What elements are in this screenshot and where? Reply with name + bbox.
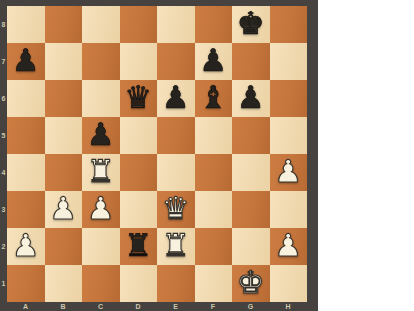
square-b4[interactable] [45, 154, 83, 191]
square-a7[interactable]: ♟ [7, 43, 45, 80]
file-label-d: D [120, 302, 158, 311]
square-a4[interactable] [7, 154, 45, 191]
file-labels: ABCDEFGH [7, 302, 307, 311]
square-h3[interactable] [270, 191, 308, 228]
square-g5[interactable] [232, 117, 270, 154]
square-f6[interactable]: ♝ [195, 80, 233, 117]
square-e6[interactable]: ♟ [157, 80, 195, 117]
piece-black-pawn: ♟ [199, 45, 227, 76]
piece-black-queen: ♛ [124, 82, 152, 113]
square-c4[interactable]: ♜ [82, 154, 120, 191]
square-f5[interactable] [195, 117, 233, 154]
file-label-h: H [270, 302, 308, 311]
square-h4[interactable]: ♟ [270, 154, 308, 191]
square-d8[interactable] [120, 6, 158, 43]
file-label-c: C [82, 302, 120, 311]
file-label-f: F [195, 302, 233, 311]
square-f7[interactable]: ♟ [195, 43, 233, 80]
square-g4[interactable] [232, 154, 270, 191]
square-e7[interactable] [157, 43, 195, 80]
rank-label-1: 1 [0, 265, 7, 302]
square-e3[interactable]: ♛ [157, 191, 195, 228]
square-f1[interactable] [195, 265, 233, 302]
square-a8[interactable] [7, 6, 45, 43]
square-a6[interactable] [7, 80, 45, 117]
square-e8[interactable] [157, 6, 195, 43]
chess-board-frame: 87654321 ♚♟♟♛♟♝♟♟♜♟♟♟♛♟♜♜♟♚ ABCDEFGH [0, 0, 318, 311]
square-a3[interactable] [7, 191, 45, 228]
square-b2[interactable] [45, 228, 83, 265]
square-c6[interactable] [82, 80, 120, 117]
piece-white-pawn: ♟ [49, 193, 77, 224]
square-h8[interactable] [270, 6, 308, 43]
square-g7[interactable] [232, 43, 270, 80]
square-d4[interactable] [120, 154, 158, 191]
square-b6[interactable] [45, 80, 83, 117]
square-b8[interactable] [45, 6, 83, 43]
square-f8[interactable] [195, 6, 233, 43]
square-f3[interactable] [195, 191, 233, 228]
piece-white-pawn: ♟ [12, 230, 40, 261]
square-a1[interactable] [7, 265, 45, 302]
file-label-b: B [45, 302, 83, 311]
square-g1[interactable]: ♚ [232, 265, 270, 302]
square-d2[interactable]: ♜ [120, 228, 158, 265]
chess-diagram-page: 87654321 ♚♟♟♛♟♝♟♟♜♟♟♟♛♟♜♜♟♚ ABCDEFGH [0, 0, 414, 311]
square-d1[interactable] [120, 265, 158, 302]
square-c2[interactable] [82, 228, 120, 265]
piece-white-queen: ♛ [162, 193, 190, 224]
square-d3[interactable] [120, 191, 158, 228]
square-c8[interactable] [82, 6, 120, 43]
piece-white-king: ♚ [237, 267, 265, 298]
square-e5[interactable] [157, 117, 195, 154]
square-h6[interactable] [270, 80, 308, 117]
square-a2[interactable]: ♟ [7, 228, 45, 265]
square-c5[interactable]: ♟ [82, 117, 120, 154]
rank-label-5: 5 [0, 117, 7, 154]
square-a5[interactable] [7, 117, 45, 154]
square-g2[interactable] [232, 228, 270, 265]
file-label-g: G [232, 302, 270, 311]
square-e4[interactable] [157, 154, 195, 191]
rank-label-8: 8 [0, 6, 7, 43]
rank-label-6: 6 [0, 80, 7, 117]
square-c3[interactable]: ♟ [82, 191, 120, 228]
piece-white-rook: ♜ [162, 230, 190, 261]
square-c7[interactable] [82, 43, 120, 80]
square-b7[interactable] [45, 43, 83, 80]
square-g3[interactable] [232, 191, 270, 228]
square-g8[interactable]: ♚ [232, 6, 270, 43]
square-b5[interactable] [45, 117, 83, 154]
piece-white-rook: ♜ [87, 156, 115, 187]
rank-labels: 87654321 [0, 6, 7, 302]
file-label-e: E [157, 302, 195, 311]
square-f2[interactable] [195, 228, 233, 265]
square-e1[interactable] [157, 265, 195, 302]
chess-board: ♚♟♟♛♟♝♟♟♜♟♟♟♛♟♜♜♟♚ [7, 6, 307, 302]
piece-black-pawn: ♟ [237, 82, 265, 113]
square-e2[interactable]: ♜ [157, 228, 195, 265]
square-h7[interactable] [270, 43, 308, 80]
square-h5[interactable] [270, 117, 308, 154]
piece-black-bishop: ♝ [199, 82, 227, 113]
piece-black-king: ♚ [237, 8, 265, 39]
square-b3[interactable]: ♟ [45, 191, 83, 228]
square-d6[interactable]: ♛ [120, 80, 158, 117]
square-b1[interactable] [45, 265, 83, 302]
piece-white-pawn: ♟ [274, 230, 302, 261]
square-h2[interactable]: ♟ [270, 228, 308, 265]
piece-black-pawn: ♟ [12, 45, 40, 76]
rank-label-7: 7 [0, 43, 7, 80]
piece-black-pawn: ♟ [87, 119, 115, 150]
square-d5[interactable] [120, 117, 158, 154]
piece-white-pawn: ♟ [87, 193, 115, 224]
rank-label-3: 3 [0, 191, 7, 228]
file-label-a: A [7, 302, 45, 311]
rank-label-4: 4 [0, 154, 7, 191]
square-h1[interactable] [270, 265, 308, 302]
piece-black-rook: ♜ [124, 230, 152, 261]
page-right-margin [318, 0, 414, 311]
square-d7[interactable] [120, 43, 158, 80]
square-g6[interactable]: ♟ [232, 80, 270, 117]
square-f4[interactable] [195, 154, 233, 191]
square-c1[interactable] [82, 265, 120, 302]
piece-white-pawn: ♟ [274, 156, 302, 187]
rank-label-2: 2 [0, 228, 7, 265]
piece-black-pawn: ♟ [162, 82, 190, 113]
